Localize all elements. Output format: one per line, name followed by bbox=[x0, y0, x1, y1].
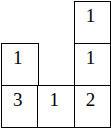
cell-number: 3 bbox=[13, 90, 23, 110]
grid-cell-r2c2[interactable]: 2 bbox=[74, 85, 111, 128]
grid-cell-r1c2[interactable]: 1 bbox=[74, 43, 111, 87]
grid-cell-r0c2[interactable]: 1 bbox=[74, 1, 111, 45]
grid-cell-r2c0[interactable]: 3 bbox=[1, 85, 39, 128]
cell-number: 2 bbox=[86, 90, 96, 110]
cell-number: 1 bbox=[86, 6, 96, 26]
puzzle-board: 111312 bbox=[0, 0, 111, 128]
cell-number: 1 bbox=[50, 90, 60, 110]
cell-number: 1 bbox=[13, 48, 23, 68]
grid-cell-r1c0[interactable]: 1 bbox=[1, 43, 39, 87]
cell-number: 1 bbox=[86, 48, 96, 68]
grid-cell-r2c1[interactable]: 1 bbox=[37, 85, 76, 128]
